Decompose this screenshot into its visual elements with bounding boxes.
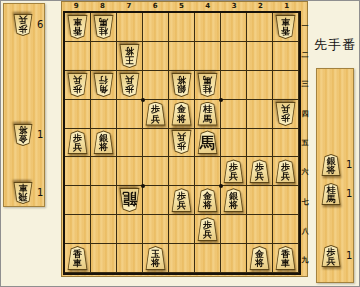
board-cell-4-6[interactable] (195, 157, 221, 186)
board-cell-9-8[interactable] (65, 215, 91, 244)
piece-kanji: 桂馬 (197, 73, 218, 97)
turn-indicator: 先手番 (314, 36, 360, 54)
sente-piece-s[interactable]: 銀将 (321, 154, 341, 176)
board-cell-7-2[interactable]: 王将 (117, 42, 143, 71)
gote-hand-tray: 歩兵6金将1飛車1 (3, 3, 45, 207)
board-cell-7-3[interactable]: 歩兵 (117, 71, 143, 100)
piece-kanji: 歩兵 (171, 130, 192, 154)
sente-hand-slot: 銀将 (321, 154, 341, 176)
board-cell-6-2[interactable] (143, 42, 169, 71)
piece-kanji: 金将 (249, 246, 270, 270)
piece-kanji: 歩兵 (223, 159, 244, 183)
board-cell-3-9[interactable] (221, 244, 247, 273)
file-label: 9 (63, 2, 89, 11)
piece-kanji: 王将 (119, 44, 140, 68)
board-cell-1-1[interactable]: 香車 (273, 13, 299, 42)
gote-piece-k[interactable]: 王将 (119, 44, 140, 68)
sente-piece-n[interactable]: 桂馬 (197, 102, 218, 126)
gote-piece-n[interactable]: 桂馬 (93, 15, 114, 39)
piece-kanji: 龍 (119, 188, 140, 212)
file-label: 5 (168, 2, 194, 11)
board-cell-1-6[interactable]: 歩兵 (273, 157, 299, 186)
piece-kanji: 銀将 (93, 130, 114, 154)
board-cell-5-3[interactable]: 銀将 (169, 71, 195, 100)
sente-hand-count: 1 (346, 250, 352, 262)
piece-kanji: 銀将 (223, 188, 244, 212)
board-cell-8-6[interactable] (91, 157, 117, 186)
gote-piece-p[interactable]: 歩兵 (171, 130, 192, 154)
board-cell-9-2[interactable] (65, 42, 91, 71)
sente-piece-g[interactable]: 金将 (197, 188, 218, 212)
board-cell-4-3[interactable]: 桂馬 (195, 71, 221, 100)
rank-coordinates: 一二三四五六七八九 (301, 11, 309, 275)
board-cell-1-5[interactable] (273, 129, 299, 158)
piece-kanji: 玉将 (145, 246, 166, 270)
piece-kanji: 金将 (13, 124, 33, 146)
sente-piece-p[interactable]: 歩兵 (67, 130, 88, 154)
sente-piece-p[interactable]: 歩兵 (223, 159, 244, 183)
board-cell-5-4[interactable]: 金将 (169, 100, 195, 129)
sente-piece-p[interactable]: 歩兵 (275, 159, 296, 183)
board-cell-8-1[interactable]: 桂馬 (91, 13, 117, 42)
board-cell-2-2[interactable] (247, 42, 273, 71)
piece-kanji: 歩兵 (67, 73, 88, 97)
hoshi-dot (141, 184, 145, 188)
sente-piece-p[interactable]: 歩兵 (249, 159, 270, 183)
board-cell-1-8[interactable] (273, 215, 299, 244)
board-cell-2-9[interactable]: 金将 (247, 244, 273, 273)
gote-piece-b[interactable]: 角行 (93, 73, 114, 97)
piece-kanji: 金将 (197, 188, 218, 212)
board-cell-8-2[interactable] (91, 42, 117, 71)
board-cell-1-3[interactable] (273, 71, 299, 100)
sente-piece-l[interactable]: 香車 (67, 246, 88, 270)
gote-piece-p[interactable]: 歩兵 (13, 14, 33, 36)
board-cell-1-7[interactable] (273, 186, 299, 215)
sente-piece-k[interactable]: 玉将 (145, 246, 166, 270)
gote-piece-p[interactable]: 歩兵 (119, 73, 140, 97)
board-cell-3-5[interactable] (221, 129, 247, 158)
gote-hand-count: 6 (37, 19, 43, 31)
sente-piece-p[interactable]: 歩兵 (321, 245, 341, 267)
board-cell-5-8[interactable] (169, 215, 195, 244)
board-cell-1-9[interactable]: 香車 (273, 244, 299, 273)
board-cell-9-7[interactable] (65, 186, 91, 215)
board-cell-6-7[interactable] (143, 186, 169, 215)
gote-piece-r-promoted[interactable]: 龍 (119, 188, 140, 212)
piece-kanji: 歩兵 (119, 73, 140, 97)
board-cell-9-4[interactable] (65, 100, 91, 129)
file-label: 7 (116, 2, 142, 11)
gote-piece-s[interactable]: 銀将 (171, 73, 192, 97)
sente-hand-slot: 歩兵 (321, 245, 341, 267)
sente-piece-p[interactable]: 歩兵 (145, 102, 166, 126)
gote-piece-p[interactable]: 歩兵 (67, 73, 88, 97)
sente-hand-count: 1 (346, 159, 352, 171)
board-cell-7-7[interactable]: 龍 (117, 186, 143, 215)
piece-kanji: 香車 (275, 246, 296, 270)
rank-label: 九 (301, 246, 309, 275)
board-cell-2-8[interactable] (247, 215, 273, 244)
board-cell-6-8[interactable] (143, 215, 169, 244)
board-cell-7-5[interactable] (117, 129, 143, 158)
gote-piece-r[interactable]: 飛車 (13, 182, 33, 204)
piece-kanji: 銀将 (321, 154, 341, 176)
board-cell-8-4[interactable] (91, 100, 117, 129)
board-cell-7-9[interactable] (117, 244, 143, 273)
sente-piece-p[interactable]: 歩兵 (171, 188, 192, 212)
sente-piece-p[interactable]: 歩兵 (197, 217, 218, 241)
sente-piece-g[interactable]: 金将 (249, 246, 270, 270)
board-cell-9-9[interactable]: 香車 (65, 244, 91, 273)
gote-hand-count: 1 (37, 187, 43, 199)
gote-hand-count: 1 (37, 129, 43, 141)
board-cell-1-4[interactable]: 歩兵 (273, 100, 299, 129)
file-label: 8 (89, 2, 115, 11)
board-cell-7-8[interactable] (117, 215, 143, 244)
sente-piece-g[interactable]: 金将 (171, 102, 192, 126)
rank-label: 七 (301, 187, 309, 216)
board-cell-6-9[interactable]: 玉将 (143, 244, 169, 273)
board-cell-3-7[interactable]: 銀将 (221, 186, 247, 215)
board-cell-6-1[interactable] (143, 13, 169, 42)
board-cell-8-9[interactable] (91, 244, 117, 273)
board-cell-7-6[interactable] (117, 157, 143, 186)
gote-piece-l[interactable]: 香車 (67, 15, 88, 39)
gote-piece-l[interactable]: 香車 (275, 15, 296, 39)
file-label: 2 (247, 2, 273, 11)
piece-kanji: 歩兵 (197, 217, 218, 241)
rank-label: 八 (301, 216, 309, 245)
file-label: 4 (195, 2, 221, 11)
rank-label: 四 (301, 99, 309, 128)
hoshi-dot (219, 98, 223, 102)
board-cell-6-5[interactable] (143, 129, 169, 158)
file-label: 6 (142, 2, 168, 11)
board-cell-4-7[interactable]: 金将 (195, 186, 221, 215)
piece-kanji: 角行 (93, 73, 114, 97)
board-cell-6-6[interactable] (143, 157, 169, 186)
piece-kanji: 香車 (67, 15, 88, 39)
rank-label: 一 (301, 11, 309, 40)
file-coordinates: 987654321 (63, 2, 300, 11)
board-cell-4-5[interactable]: 馬 (195, 129, 221, 158)
sente-piece-s[interactable]: 銀将 (223, 188, 244, 212)
piece-kanji: 歩兵 (145, 102, 166, 126)
board-panel: 987654321 香車桂馬香車王将歩兵角行歩兵銀将桂馬歩兵金将桂馬歩兵歩兵銀将… (61, 1, 308, 277)
board-cell-4-1[interactable] (195, 13, 221, 42)
board-cell-9-5[interactable]: 歩兵 (65, 129, 91, 158)
piece-kanji: 歩兵 (13, 14, 33, 36)
board-cell-8-5[interactable]: 銀将 (91, 129, 117, 158)
board-cell-9-1[interactable]: 香車 (65, 13, 91, 42)
board-cell-2-4[interactable] (247, 100, 273, 129)
gote-piece-g[interactable]: 金将 (13, 124, 33, 146)
sente-piece-b-promoted[interactable]: 馬 (197, 130, 218, 154)
board-cell-4-8[interactable]: 歩兵 (195, 215, 221, 244)
board-cell-2-3[interactable] (247, 71, 273, 100)
board-cell-6-3[interactable] (143, 71, 169, 100)
gote-hand-slot: 歩兵 (13, 14, 33, 36)
piece-kanji: 金将 (171, 102, 192, 126)
gote-hand-slot: 飛車 (13, 182, 33, 204)
board-cell-4-9[interactable] (195, 244, 221, 273)
piece-kanji: 歩兵 (67, 130, 88, 154)
gote-hand-slot: 金将 (13, 124, 33, 146)
board-cell-5-1[interactable] (169, 13, 195, 42)
shogi-app-window: 歩兵6金将1飛車1 987654321 香車桂馬香車王将歩兵角行歩兵銀将桂馬歩兵… (0, 0, 360, 287)
board-cell-3-6[interactable]: 歩兵 (221, 157, 247, 186)
board-cell-9-6[interactable] (65, 157, 91, 186)
board-cell-2-6[interactable]: 歩兵 (247, 157, 273, 186)
board-cell-1-2[interactable] (273, 42, 299, 71)
sente-piece-s[interactable]: 銀将 (93, 130, 114, 154)
board-cell-8-8[interactable] (91, 215, 117, 244)
board-cell-3-4[interactable] (221, 100, 247, 129)
board-cell-2-1[interactable] (247, 13, 273, 42)
board-cell-2-5[interactable] (247, 129, 273, 158)
gote-piece-p[interactable]: 歩兵 (275, 102, 296, 126)
piece-kanji: 香車 (67, 246, 88, 270)
board-cell-5-9[interactable] (169, 244, 195, 273)
board-cell-3-1[interactable] (221, 13, 247, 42)
board-cell-5-7[interactable]: 歩兵 (169, 186, 195, 215)
board-cell-3-2[interactable] (221, 42, 247, 71)
piece-kanji: 桂馬 (321, 183, 341, 205)
piece-kanji: 歩兵 (275, 102, 296, 126)
sente-piece-l[interactable]: 香車 (275, 246, 296, 270)
piece-kanji: 飛車 (13, 182, 33, 204)
rank-label: 三 (301, 70, 309, 99)
board-cell-8-7[interactable] (91, 186, 117, 215)
file-label: 1 (274, 2, 300, 11)
rank-label: 二 (301, 40, 309, 69)
gote-piece-n[interactable]: 桂馬 (197, 73, 218, 97)
board-cell-4-2[interactable] (195, 42, 221, 71)
piece-kanji: 銀将 (171, 73, 192, 97)
board-cell-5-2[interactable] (169, 42, 195, 71)
piece-kanji: 歩兵 (171, 188, 192, 212)
piece-kanji: 馬 (197, 130, 218, 154)
board-cell-2-7[interactable] (247, 186, 273, 215)
rank-label: 六 (301, 158, 309, 187)
piece-kanji: 桂馬 (197, 102, 218, 126)
rank-label: 五 (301, 128, 309, 157)
board-cell-7-1[interactable] (117, 13, 143, 42)
board-cell-3-8[interactable] (221, 215, 247, 244)
board-cell-5-6[interactable] (169, 157, 195, 186)
board-cell-8-3[interactable]: 角行 (91, 71, 117, 100)
sente-hand-tray: 銀将1桂馬1歩兵1 (316, 68, 354, 283)
sente-hand-slot: 桂馬 (321, 183, 341, 205)
sente-hand-count: 1 (346, 188, 352, 200)
board-cell-5-5[interactable]: 歩兵 (169, 129, 195, 158)
board-cell-6-4[interactable]: 歩兵 (143, 100, 169, 129)
board-cell-3-3[interactable] (221, 71, 247, 100)
board-cell-7-4[interactable] (117, 100, 143, 129)
shogi-board: 香車桂馬香車王将歩兵角行歩兵銀将桂馬歩兵金将桂馬歩兵歩兵銀将歩兵馬歩兵歩兵歩兵龍… (63, 11, 301, 275)
piece-kanji: 桂馬 (93, 15, 114, 39)
board-cell-4-4[interactable]: 桂馬 (195, 100, 221, 129)
piece-kanji: 歩兵 (249, 159, 270, 183)
piece-kanji: 歩兵 (321, 245, 341, 267)
piece-kanji: 歩兵 (275, 159, 296, 183)
sente-piece-n[interactable]: 桂馬 (321, 183, 341, 205)
board-cell-9-3[interactable]: 歩兵 (65, 71, 91, 100)
file-label: 3 (221, 2, 247, 11)
piece-kanji: 香車 (275, 15, 296, 39)
